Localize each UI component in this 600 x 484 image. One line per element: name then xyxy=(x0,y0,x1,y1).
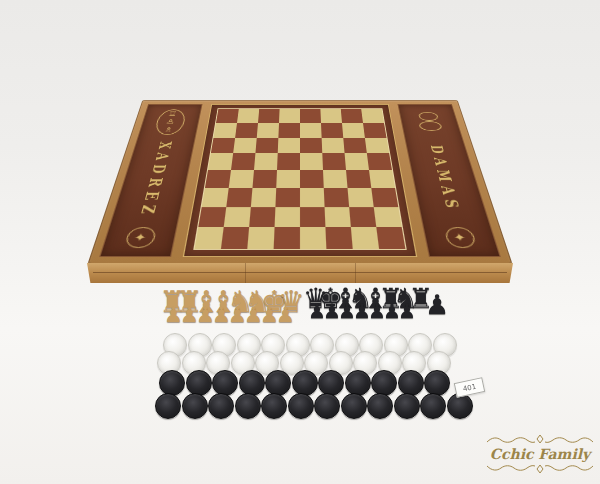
square-h8 xyxy=(361,109,384,123)
square-e1 xyxy=(300,227,326,249)
square-h2 xyxy=(374,207,402,227)
square-d7 xyxy=(278,123,300,138)
square-b4 xyxy=(229,170,254,188)
square-f6 xyxy=(322,138,345,154)
chess-piece-light_wood-pawn: ♟ xyxy=(180,305,196,326)
square-f3 xyxy=(324,188,349,207)
square-d4 xyxy=(276,170,300,188)
checker-disc-black xyxy=(208,393,234,419)
checker-disc-black xyxy=(155,393,181,419)
square-e2 xyxy=(300,207,325,227)
square-e8 xyxy=(300,109,321,123)
checker-disc-black xyxy=(288,393,314,419)
checker-disc-black xyxy=(420,393,446,419)
chess-piece-black-pawn: ♟ xyxy=(338,301,353,321)
square-h4 xyxy=(369,170,395,188)
square-h3 xyxy=(371,188,398,207)
square-b5 xyxy=(231,153,255,170)
square-e6 xyxy=(300,138,322,154)
square-b1 xyxy=(221,227,249,249)
square-c6 xyxy=(255,138,278,154)
checker-disc-black xyxy=(341,393,367,419)
square-f8 xyxy=(320,109,342,123)
square-a8 xyxy=(216,109,239,123)
chess-piece-light_wood-pawn: ♟ xyxy=(212,305,228,326)
checker-disc-black xyxy=(367,393,393,419)
square-d6 xyxy=(278,138,300,154)
chess-piece-black-pawn: ♟ xyxy=(368,301,383,321)
tag-label: 401 xyxy=(462,382,477,393)
chess-pieces-emblem-icon: ♖♙♗ xyxy=(153,109,187,135)
checkers-discs-emblem-icon xyxy=(414,109,446,133)
watermark-text: Cchic Family xyxy=(484,446,596,462)
square-f4 xyxy=(323,170,348,188)
square-c7 xyxy=(257,123,279,138)
box-front-drawers xyxy=(87,263,513,283)
square-f1 xyxy=(325,227,352,249)
chess-set-dark: ♛♚♝♞♝♜♞♜♟♟♟♟♟♟♟♟ xyxy=(303,285,423,322)
board-mat xyxy=(183,104,418,257)
square-g4 xyxy=(346,170,371,188)
flourish-ornament-icon xyxy=(485,434,595,446)
square-a1 xyxy=(195,227,224,249)
square-a5 xyxy=(208,153,233,170)
checkerboard-grid xyxy=(193,108,407,250)
chess-piece-light_wood-pawn: ♟ xyxy=(260,305,276,326)
xadrez-label: XADREZ xyxy=(135,141,175,218)
chess-piece-light_wood-pawn: ♟ xyxy=(164,305,180,326)
square-h5 xyxy=(367,153,392,170)
checker-disc-black xyxy=(182,393,208,419)
checkers-black-row-2 xyxy=(155,393,473,419)
star-logo-icon: ✦ xyxy=(443,227,477,248)
inventory-tag: 401 xyxy=(454,377,485,398)
square-c3 xyxy=(251,188,276,207)
square-a6 xyxy=(211,138,235,154)
chess-piece-black-pawn: ♟ xyxy=(398,301,413,321)
square-h1 xyxy=(376,227,405,249)
checker-disc-black xyxy=(314,393,340,419)
square-d1 xyxy=(274,227,300,249)
chess-piece-black-pawn: ♟ xyxy=(308,301,323,321)
square-f2 xyxy=(325,207,351,227)
square-g7 xyxy=(342,123,365,138)
chess-piece-black-pawn: ♟ xyxy=(353,301,368,321)
square-f5 xyxy=(322,153,346,170)
flourish-ornament-icon xyxy=(485,462,595,474)
square-g3 xyxy=(348,188,374,207)
square-a2 xyxy=(198,207,226,227)
square-a3 xyxy=(202,188,229,207)
square-g1 xyxy=(351,227,379,249)
square-c8 xyxy=(258,109,280,123)
square-d5 xyxy=(277,153,300,170)
watermark: Cchic Family xyxy=(484,434,596,474)
square-h7 xyxy=(363,123,387,138)
square-b7 xyxy=(235,123,258,138)
square-a7 xyxy=(214,123,238,138)
square-b6 xyxy=(233,138,257,154)
photo-scene: ♖♙♗ XADREZ ✦ DAMAS ✦ xyxy=(0,0,600,484)
square-c5 xyxy=(254,153,278,170)
square-g6 xyxy=(343,138,367,154)
chess-piece-black-pawn: ♟ xyxy=(383,301,398,321)
square-b3 xyxy=(226,188,252,207)
square-e4 xyxy=(300,170,324,188)
square-c4 xyxy=(252,170,277,188)
square-b2 xyxy=(224,207,251,227)
square-e3 xyxy=(300,188,325,207)
checker-disc-black xyxy=(235,393,261,419)
chess-set-light: ♜♜♝♝♞♞♚♛♟♟♟♟♟♟♟♟ xyxy=(159,287,295,326)
chess-piece-light_wood-pawn: ♟ xyxy=(196,305,212,326)
chess-piece-light_wood-pawn: ♟ xyxy=(276,305,292,326)
game-box: ♖♙♗ XADREZ ✦ DAMAS ✦ xyxy=(87,100,512,264)
square-d8 xyxy=(279,109,300,123)
square-c2 xyxy=(249,207,275,227)
square-b8 xyxy=(237,109,259,123)
square-e5 xyxy=(300,153,323,170)
checker-disc-black xyxy=(394,393,420,419)
square-g2 xyxy=(349,207,376,227)
square-f7 xyxy=(321,123,343,138)
square-g5 xyxy=(345,153,369,170)
square-a4 xyxy=(205,170,231,188)
checker-disc-black xyxy=(261,393,287,419)
square-h6 xyxy=(365,138,389,154)
square-e7 xyxy=(300,123,322,138)
square-c1 xyxy=(247,227,274,249)
chess-piece-light_wood-pawn: ♟ xyxy=(244,305,260,326)
chess-piece-black-pawn-lone: ♟ xyxy=(425,291,449,318)
square-d2 xyxy=(275,207,300,227)
damas-label: DAMAS xyxy=(426,145,463,212)
chess-piece-light_wood-pawn: ♟ xyxy=(228,305,244,326)
chess-piece-black-pawn: ♟ xyxy=(323,301,338,321)
square-g8 xyxy=(341,109,363,123)
square-d3 xyxy=(275,188,300,207)
star-logo-icon: ✦ xyxy=(123,227,157,248)
